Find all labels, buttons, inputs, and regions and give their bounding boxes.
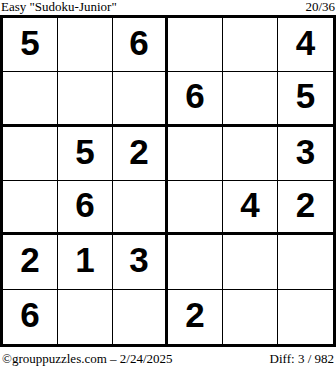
cell-r4c3[interactable] xyxy=(113,181,168,235)
cells-counter: 20/36 xyxy=(305,0,335,14)
cell-r1c1: 5 xyxy=(3,18,58,72)
cell-r3c6: 3 xyxy=(278,127,333,181)
page-header: Easy "Sudoku-Junior" 20/36 xyxy=(0,0,336,15)
cell-r1c3: 6 xyxy=(113,18,168,72)
cell-r2c1[interactable] xyxy=(3,72,58,126)
cell-r4c2: 6 xyxy=(58,181,113,235)
cell-r2c6: 5 xyxy=(278,72,333,126)
cell-r2c5[interactable] xyxy=(223,72,278,126)
cell-r6c5[interactable] xyxy=(223,290,278,344)
cell-r4c1[interactable] xyxy=(3,181,58,235)
cell-r6c6[interactable] xyxy=(278,290,333,344)
cell-r1c5[interactable] xyxy=(223,18,278,72)
cell-r4c4[interactable] xyxy=(168,181,223,235)
cell-r4c5: 4 xyxy=(223,181,278,235)
cell-r2c2[interactable] xyxy=(58,72,113,126)
sudoku-board: 5 6 4 6 5 5 2 3 6 4 2 2 1 3 6 2 xyxy=(0,15,336,347)
copyright-date: ©grouppuzzles.com – 2/24/2025 xyxy=(2,351,173,366)
puzzle-title: Easy "Sudoku-Junior" xyxy=(1,0,117,14)
cell-r5c6[interactable] xyxy=(278,235,333,289)
cell-r6c1: 6 xyxy=(3,290,58,344)
cell-r3c1[interactable] xyxy=(3,127,58,181)
cell-r5c2: 1 xyxy=(58,235,113,289)
cell-r3c5[interactable] xyxy=(223,127,278,181)
cell-r1c6: 4 xyxy=(278,18,333,72)
cell-r5c5[interactable] xyxy=(223,235,278,289)
cell-r4c6: 2 xyxy=(278,181,333,235)
page-footer: ©grouppuzzles.com – 2/24/2025 Diff: 3 / … xyxy=(0,351,336,366)
cell-r1c4[interactable] xyxy=(168,18,223,72)
cell-r5c3: 3 xyxy=(113,235,168,289)
cell-r6c2[interactable] xyxy=(58,290,113,344)
difficulty-label: Diff: 3 / 982 xyxy=(270,351,334,366)
cell-r5c1: 2 xyxy=(3,235,58,289)
cell-r2c4: 6 xyxy=(168,72,223,126)
cell-r2c3[interactable] xyxy=(113,72,168,126)
cell-r3c3: 2 xyxy=(113,127,168,181)
cell-r1c2[interactable] xyxy=(58,18,113,72)
cell-r6c4: 2 xyxy=(168,290,223,344)
cell-r5c4[interactable] xyxy=(168,235,223,289)
cell-r6c3[interactable] xyxy=(113,290,168,344)
cell-r3c2: 5 xyxy=(58,127,113,181)
cell-r3c4[interactable] xyxy=(168,127,223,181)
